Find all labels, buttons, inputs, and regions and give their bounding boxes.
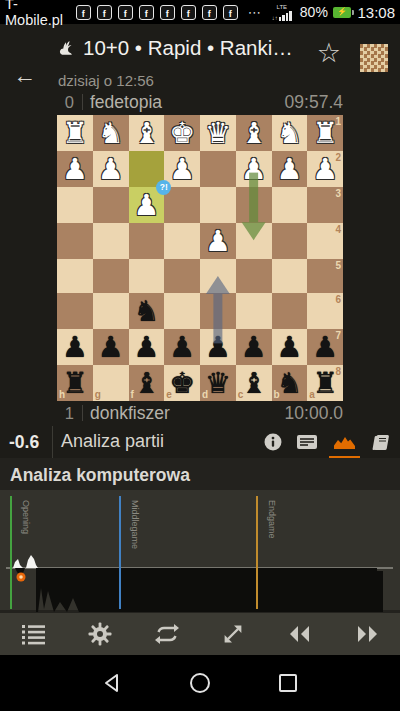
- piece-white-knight: ♞: [272, 115, 308, 151]
- data-arrows-icon: ↓↑: [272, 15, 278, 21]
- piece-white-pawn: ♟: [57, 151, 93, 187]
- square-g3[interactable]: [93, 187, 129, 223]
- coord-file-e: e: [166, 390, 172, 400]
- square-h8[interactable]: ♜h: [57, 365, 93, 401]
- coord-rank-4: 4: [335, 225, 341, 235]
- square-e8[interactable]: ♚e: [164, 365, 200, 401]
- divider: [82, 94, 83, 110]
- square-f8[interactable]: ♝f: [129, 365, 165, 401]
- piece-black-pawn: ♟: [272, 329, 308, 365]
- black-score: 1: [57, 404, 74, 423]
- facebook-notification-icon: f: [223, 5, 238, 20]
- coord-file-g: g: [95, 390, 101, 400]
- square-c7[interactable]: ♟: [236, 329, 272, 365]
- coord-rank-7: 7: [335, 331, 341, 341]
- square-d7[interactable]: ♟: [200, 329, 236, 365]
- lte-signal-icon: LTE ↓↑: [272, 4, 292, 21]
- square-e5[interactable]: [164, 259, 200, 293]
- phase-label-opening: Opening: [21, 500, 31, 534]
- android-recents-button[interactable]: [276, 671, 300, 695]
- black-advantage-area: [36, 568, 383, 612]
- square-b1[interactable]: ♞: [272, 115, 308, 151]
- piece-white-queen: ♛: [200, 115, 236, 151]
- piece-black-pawn: ♟: [57, 329, 93, 365]
- square-a5[interactable]: 5: [307, 259, 343, 293]
- coord-rank-8: 8: [335, 367, 341, 377]
- square-f6[interactable]: ♞: [129, 293, 165, 329]
- square-a7[interactable]: ♟7: [307, 329, 343, 365]
- piece-black-pawn: ♟: [164, 329, 200, 365]
- info-icon[interactable]: [264, 429, 282, 455]
- computer-analysis-title: Analiza komputerowa: [10, 465, 190, 486]
- square-b8[interactable]: ♞b: [272, 365, 308, 401]
- white-score: 0: [57, 93, 74, 112]
- piece-white-bishop: ♝: [129, 115, 165, 151]
- eval-score: -0.6: [9, 432, 39, 453]
- square-b4[interactable]: [272, 223, 308, 259]
- square-e1[interactable]: ♚: [164, 115, 200, 151]
- bookmark-star-icon[interactable]: ☆: [317, 40, 341, 67]
- piece-white-pawn: ♟: [200, 223, 236, 259]
- square-d5[interactable]: [200, 259, 236, 293]
- rapid-rabbit-icon: [57, 38, 77, 58]
- game-title: 10+0 • Rapid • Ranki…: [83, 36, 293, 60]
- square-d6[interactable]: [200, 293, 236, 329]
- square-f5[interactable]: [129, 259, 165, 293]
- coord-file-h: h: [59, 390, 65, 400]
- square-c2[interactable]: ♟: [236, 151, 272, 187]
- charging-bolt-icon: ⚡: [337, 8, 347, 16]
- facebook-notification-icon: f: [202, 5, 217, 20]
- square-c1[interactable]: ♝: [236, 115, 272, 151]
- square-g8[interactable]: g: [93, 365, 129, 401]
- analysis-title: Analiza partii: [61, 431, 164, 452]
- phone-screen: T-Mobile.pl ffffffff ⋯ LTE ↓↑ 80% ⚡ 13:0…: [0, 0, 400, 711]
- analysis-tab-bar: -0.6 Analiza partii: [0, 426, 400, 458]
- coord-rank-1: 1: [335, 117, 341, 127]
- advantage-graph[interactable]: OpeningMiddlegameEndgame: [0, 488, 400, 612]
- piece-black-pawn: ♟: [236, 329, 272, 365]
- square-f1[interactable]: ♝: [129, 115, 165, 151]
- coord-file-b: b: [274, 390, 280, 400]
- android-home-button[interactable]: [188, 671, 212, 695]
- square-a1[interactable]: ♜1: [307, 115, 343, 151]
- notation-list-icon[interactable]: [296, 429, 318, 455]
- android-nav-bar: [0, 655, 400, 711]
- square-e4[interactable]: [164, 223, 200, 259]
- coord-rank-5: 5: [335, 261, 341, 271]
- square-a8[interactable]: ♜8a: [307, 365, 343, 401]
- square-e3[interactable]: [164, 187, 200, 223]
- divider: [52, 426, 53, 460]
- piece-white-bishop: ♝: [236, 115, 272, 151]
- coord-file-f: f: [131, 390, 134, 400]
- square-d8[interactable]: ♛d: [200, 365, 236, 401]
- chess-board[interactable]: ♜♞♝♚♛♝♞♜1♟♟♟♟♟♟2♟3♟45♞6♟♟♟♟♟♟♟♟7♜hg♝f♚e♛…: [57, 115, 343, 401]
- divider: [82, 405, 83, 421]
- square-b3[interactable]: [272, 187, 308, 223]
- square-c5[interactable]: [236, 259, 272, 293]
- mini-chessboard-icon[interactable]: [360, 44, 388, 72]
- battery-icon: ⚡: [333, 7, 352, 18]
- phase-label-endgame: Endgame: [267, 500, 277, 539]
- menu-list-button[interactable]: [0, 613, 67, 655]
- square-a4[interactable]: 4: [307, 223, 343, 259]
- advantage-chart-icon[interactable]: [332, 429, 357, 455]
- facebook-notification-icon: f: [97, 5, 112, 20]
- piece-white-pawn: ♟: [164, 151, 200, 187]
- android-back-button[interactable]: [100, 671, 124, 695]
- piece-black-knight: ♞: [129, 293, 165, 329]
- piece-black-pawn: ♟: [129, 329, 165, 365]
- square-d1[interactable]: ♛: [200, 115, 236, 151]
- move-annotation-badge: ?!: [156, 180, 171, 195]
- square-c3[interactable]: [236, 187, 272, 223]
- player-row-black: 1 donkfiszer 10:00.0: [57, 402, 343, 424]
- coord-file-a: a: [309, 390, 315, 400]
- square-b2[interactable]: ♟: [272, 151, 308, 187]
- piece-white-king: ♚: [164, 115, 200, 151]
- square-g4[interactable]: [93, 223, 129, 259]
- piece-white-pawn: ♟: [236, 151, 272, 187]
- opening-book-icon[interactable]: [371, 429, 392, 455]
- square-h2[interactable]: ♟: [57, 151, 93, 187]
- settings-gear-button[interactable]: [67, 613, 134, 655]
- facebook-notification-icon: f: [76, 5, 91, 20]
- square-f7[interactable]: ♟: [129, 329, 165, 365]
- clock-time: 13:08: [357, 4, 395, 21]
- piece-white-pawn: ♟: [272, 151, 308, 187]
- piece-white-knight: ♞: [93, 115, 129, 151]
- square-a2[interactable]: ♟2: [307, 151, 343, 187]
- square-a6[interactable]: 6: [307, 293, 343, 329]
- square-h3[interactable]: [57, 187, 93, 223]
- square-g2[interactable]: ♟: [93, 151, 129, 187]
- white-player-name[interactable]: fedetopia: [90, 92, 162, 113]
- facebook-notification-icon: f: [139, 5, 154, 20]
- square-h4[interactable]: [57, 223, 93, 259]
- coord-rank-2: 2: [335, 153, 341, 163]
- square-g1[interactable]: ♞: [93, 115, 129, 151]
- square-d2[interactable]: [200, 151, 236, 187]
- current-move-dot-core: [19, 575, 23, 579]
- square-b7[interactable]: ♟: [272, 329, 308, 365]
- facebook-notification-icon: f: [181, 5, 196, 20]
- coord-rank-6: 6: [335, 295, 341, 305]
- fast-rewind-button[interactable]: [267, 613, 334, 655]
- game-date: dzisiaj o 12:56: [58, 72, 154, 89]
- square-c8[interactable]: ♝c: [236, 365, 272, 401]
- coord-file-c: c: [238, 390, 244, 400]
- status-bar: T-Mobile.pl ffffffff ⋯ LTE ↓↑ 80% ⚡ 13:0…: [0, 0, 400, 24]
- notification-icons: ffffffff: [76, 5, 238, 20]
- square-h7[interactable]: ♟: [57, 329, 93, 365]
- facebook-notification-icon: f: [118, 5, 133, 20]
- square-c6[interactable]: [236, 293, 272, 329]
- square-h5[interactable]: [57, 259, 93, 293]
- square-e7[interactable]: ♟: [164, 329, 200, 365]
- analysis-toolbar: [0, 613, 400, 655]
- square-g6[interactable]: [93, 293, 129, 329]
- piece-white-rook: ♜: [57, 115, 93, 151]
- square-b6[interactable]: [272, 293, 308, 329]
- battery-percent: 80%: [300, 4, 328, 20]
- square-h6[interactable]: [57, 293, 93, 329]
- black-player-name[interactable]: donkfiszer: [90, 403, 170, 424]
- black-clock: 10:00.0: [285, 403, 343, 424]
- facebook-notification-icon: f: [160, 5, 175, 20]
- app-bar: ← 10+0 • Rapid • Ranki… ☆ dzisiaj o 12:5…: [0, 24, 400, 92]
- more-notifications-icon: ⋯: [248, 5, 262, 20]
- flip-board-button[interactable]: [133, 613, 200, 655]
- square-h1[interactable]: ♜: [57, 115, 93, 151]
- back-arrow-icon[interactable]: ←: [13, 64, 36, 87]
- square-b5[interactable]: [272, 259, 308, 293]
- coord-file-d: d: [202, 390, 208, 400]
- white-clock: 09:57.4: [285, 92, 343, 113]
- piece-white-pawn: ♟: [93, 151, 129, 187]
- phase-label-middlegame: Middlegame: [130, 500, 140, 549]
- square-d3[interactable]: [200, 187, 236, 223]
- square-g7[interactable]: ♟: [93, 329, 129, 365]
- fullscreen-expand-button[interactable]: [200, 613, 267, 655]
- coord-rank-3: 3: [335, 189, 341, 199]
- square-e2[interactable]: ♟: [164, 151, 200, 187]
- computer-analysis-section: Analiza komputerowa OpeningMiddlegameEnd…: [0, 458, 400, 613]
- square-c4[interactable]: [236, 223, 272, 259]
- fast-forward-button[interactable]: [333, 613, 400, 655]
- square-f4[interactable]: [129, 223, 165, 259]
- player-row-white: 0 fedetopia 09:57.4: [57, 91, 343, 113]
- square-a3[interactable]: 3: [307, 187, 343, 223]
- piece-black-pawn: ♟: [93, 329, 129, 365]
- square-e6[interactable]: [164, 293, 200, 329]
- square-d4[interactable]: ♟: [200, 223, 236, 259]
- piece-black-pawn: ♟: [200, 329, 236, 365]
- signal-bars-icon: [279, 11, 292, 21]
- square-g5[interactable]: [93, 259, 129, 293]
